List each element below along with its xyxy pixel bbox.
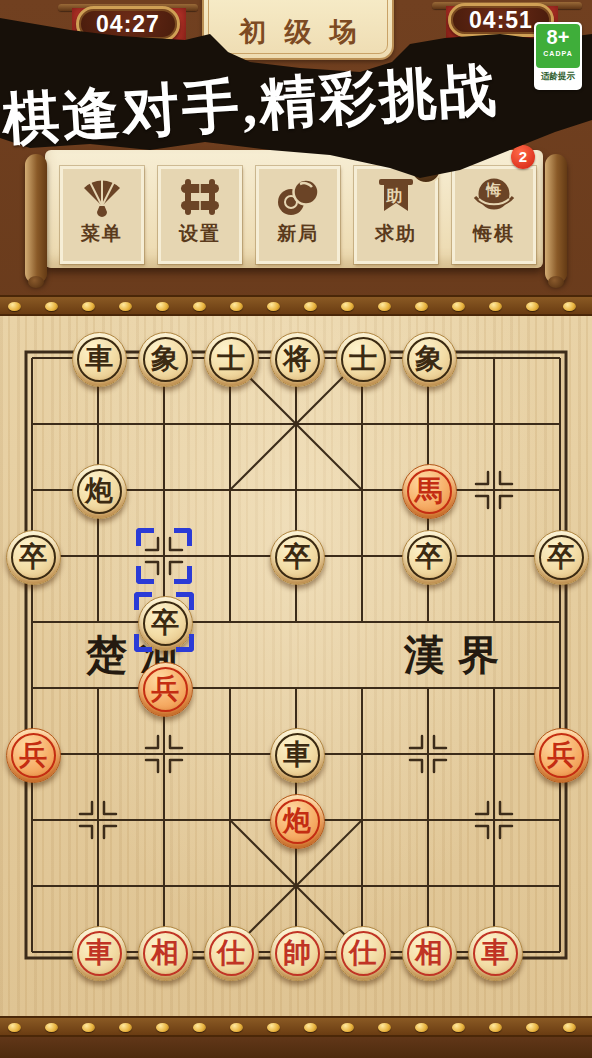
arena-title: 初级场	[240, 14, 375, 50]
studded-border-bottom	[0, 1016, 592, 1037]
piece-char: 卒	[19, 543, 47, 571]
stud	[156, 302, 169, 311]
piece-red-rook[interactable]: 車	[72, 926, 127, 981]
piece-black-soldier[interactable]: 卒	[270, 530, 325, 585]
stud	[452, 302, 465, 311]
menu-button[interactable]: 菜单	[60, 166, 144, 264]
stud	[452, 1023, 465, 1032]
piece-char: 士	[217, 345, 245, 373]
help-icon-char: 助	[386, 186, 402, 207]
stud	[119, 1023, 132, 1032]
stud	[415, 1023, 428, 1032]
stud	[341, 1023, 354, 1032]
piece-black-soldier[interactable]: 卒	[6, 530, 61, 585]
stud	[304, 1023, 317, 1032]
piece-char: 帥	[283, 939, 311, 967]
piece-black-rook[interactable]: 車	[72, 332, 127, 387]
stud	[341, 302, 354, 311]
undo-icon-char: 悔	[487, 181, 502, 200]
age-rating-label: 适龄提示	[536, 68, 580, 85]
help-label: 求助	[375, 221, 417, 247]
stud	[193, 302, 206, 311]
age-rating-org: CADPA	[536, 50, 580, 58]
new-game-button[interactable]: 新局	[256, 166, 340, 264]
stud	[193, 1023, 206, 1032]
stud	[563, 302, 576, 311]
scroll-icon	[177, 175, 223, 219]
settings-button[interactable]: 设置	[158, 166, 242, 264]
stud	[82, 1023, 95, 1032]
header: 04:27 04:51 初级场 棋逢对手,精彩挑战 8+ CADPA 适龄提示	[0, 0, 592, 296]
age-rating-box: 8+ CADPA	[536, 24, 580, 68]
piece-red-advisor[interactable]: 仕	[204, 926, 259, 981]
piece-black-elephant[interactable]: 象	[402, 332, 457, 387]
piece-red-rook[interactable]: 車	[468, 926, 523, 981]
piece-char: 兵	[151, 675, 179, 703]
stud	[267, 1023, 280, 1032]
piece-char: 兵	[547, 741, 575, 769]
stud	[489, 1023, 502, 1032]
piece-char: 兵	[19, 741, 47, 769]
piece-red-soldier[interactable]: 兵	[534, 728, 589, 783]
bowl-icon: 悔	[471, 175, 517, 219]
piece-char: 車	[283, 741, 311, 769]
stud	[45, 302, 58, 311]
piece-char: 炮	[85, 477, 113, 505]
piece-char: 卒	[283, 543, 311, 571]
banner-icon: 助	[373, 175, 419, 219]
stud	[230, 302, 243, 311]
piece-red-king[interactable]: 帥	[270, 926, 325, 981]
piece-red-horse[interactable]: 馬	[402, 464, 457, 519]
stud	[563, 1023, 576, 1032]
piece-black-rook[interactable]: 車	[270, 728, 325, 783]
piece-char: 馬	[415, 477, 443, 505]
stud	[526, 1023, 539, 1032]
fan-icon	[79, 175, 125, 219]
piece-black-advisor[interactable]: 士	[204, 332, 259, 387]
piece-red-advisor[interactable]: 仕	[336, 926, 391, 981]
toolbar-scroll: 菜单 设置	[0, 140, 592, 296]
stones-icon	[275, 175, 321, 219]
piece-red-cannon[interactable]: 炮	[270, 794, 325, 849]
piece-char: 卒	[415, 543, 443, 571]
age-rating-value: 8+	[536, 24, 580, 50]
piece-red-soldier[interactable]: 兵	[6, 728, 61, 783]
stud	[8, 1023, 21, 1032]
arena-title-plaque: 初级场	[202, 0, 394, 60]
piece-red-elephant[interactable]: 相	[402, 926, 457, 981]
piece-char: 士	[349, 345, 377, 373]
stud	[156, 1023, 169, 1032]
scroll-roll-left	[25, 154, 47, 284]
piece-red-elephant[interactable]: 相	[138, 926, 193, 981]
undo-count-badge: 2	[511, 145, 535, 169]
piece-char: 仕	[217, 939, 245, 967]
stud	[45, 1023, 58, 1032]
piece-char: 卒	[151, 609, 179, 637]
piece-black-advisor[interactable]: 士	[336, 332, 391, 387]
piece-char: 相	[415, 939, 443, 967]
piece-char: 炮	[283, 807, 311, 835]
piece-black-soldier[interactable]: 卒	[534, 530, 589, 585]
stud	[8, 302, 21, 311]
bottom-trim	[0, 1035, 592, 1058]
scroll-roll-right	[545, 154, 567, 284]
piece-black-soldier[interactable]: 卒	[402, 530, 457, 585]
stud	[378, 302, 391, 311]
undo-button[interactable]: 悔 悔棋	[452, 166, 536, 264]
age-rating-badge: 8+ CADPA 适龄提示	[534, 22, 582, 90]
piece-black-king[interactable]: 将	[270, 332, 325, 387]
new-game-label: 新局	[277, 221, 319, 247]
piece-char: 将	[283, 345, 311, 373]
piece-black-soldier[interactable]: 卒	[138, 596, 193, 651]
stud	[82, 302, 95, 311]
stud	[304, 302, 317, 311]
xiangqi-board[interactable]: 楚河 漢界 車象士将士象炮卒卒卒卒卒車馬兵兵兵炮車相仕帥仕相車	[0, 316, 592, 1016]
stud	[526, 302, 539, 311]
piece-char: 車	[85, 939, 113, 967]
piece-char: 車	[85, 345, 113, 373]
stud	[378, 1023, 391, 1032]
stud	[230, 1023, 243, 1032]
piece-char: 象	[415, 345, 443, 373]
piece-char: 仕	[349, 939, 377, 967]
piece-char: 相	[151, 939, 179, 967]
stud	[119, 302, 132, 311]
stud	[267, 302, 280, 311]
studded-border-top	[0, 295, 592, 316]
stud	[415, 302, 428, 311]
settings-label: 设置	[179, 221, 221, 247]
piece-char: 卒	[547, 543, 575, 571]
menu-label: 菜单	[81, 221, 123, 247]
undo-label: 悔棋	[473, 221, 515, 247]
piece-char: 車	[481, 939, 509, 967]
piece-black-elephant[interactable]: 象	[138, 332, 193, 387]
river-label-right: 漢界	[404, 632, 512, 678]
stud	[489, 302, 502, 311]
piece-char: 象	[151, 345, 179, 373]
piece-black-cannon[interactable]: 炮	[72, 464, 127, 519]
xiangqi-app: 04:27 04:51 初级场 棋逢对手,精彩挑战 8+ CADPA 适龄提示	[0, 0, 592, 1058]
piece-red-soldier[interactable]: 兵	[138, 662, 193, 717]
